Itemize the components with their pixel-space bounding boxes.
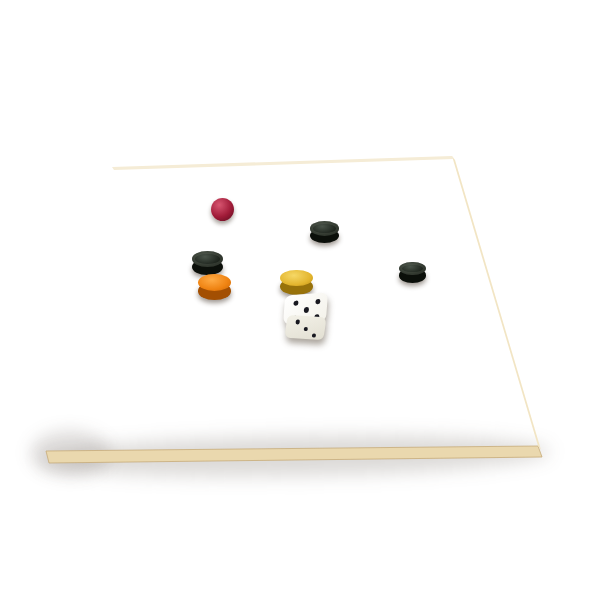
maroon-piece-cell-68[interactable] [211, 198, 234, 221]
photo-canvas: 9190717051503130111092897269524932291299… [0, 0, 600, 600]
black-piece-cell-16[interactable] [399, 262, 426, 283]
die[interactable] [283, 294, 329, 341]
black-piece-cell-75[interactable] [192, 251, 223, 275]
yellow-piece-cell-45[interactable] [280, 270, 313, 295]
orange-piece-cell-65[interactable] [198, 274, 231, 300]
die-front-face-3 [284, 315, 326, 341]
black-piece-cell-48[interactable] [310, 221, 339, 243]
